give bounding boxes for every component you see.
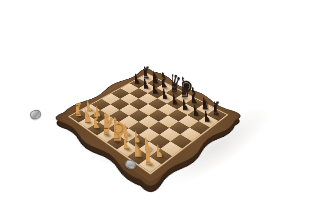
board-frame: ♜♞♝♛♚♝♞♜♟♟♟♟♟♟♟♟♟♟♟♟♟♟♟♟♜♞♝♛♚♝♞♜: [60, 70, 235, 182]
square-h4: [170, 133, 191, 147]
product-photo: ♜♞♝♛♚♝♞♜♟♟♟♟♟♟♟♟♟♟♟♟♟♟♟♟♜♞♝♛♚♝♞♜: [0, 0, 320, 214]
chess-case: ♜♞♝♛♚♝♞♜♟♟♟♟♟♟♟♟♟♟♟♟♟♟♟♟♜♞♝♛♚♝♞♜: [42, 62, 254, 199]
perspective-scene: ♜♞♝♛♚♝♞♜♟♟♟♟♟♟♟♟♟♟♟♟♟♟♟♟♜♞♝♛♚♝♞♜: [0, 0, 320, 214]
